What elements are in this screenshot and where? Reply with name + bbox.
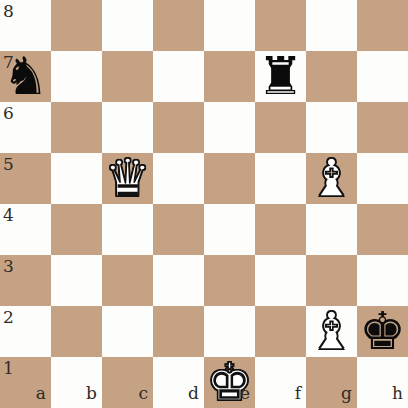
square-d2[interactable] (153, 306, 204, 357)
square-h6[interactable] (357, 102, 408, 153)
square-d8[interactable] (153, 0, 204, 51)
square-f5[interactable] (255, 153, 306, 204)
square-a5[interactable] (0, 153, 51, 204)
square-e2[interactable] (204, 306, 255, 357)
square-b1[interactable] (51, 357, 102, 408)
square-a1[interactable] (0, 357, 51, 408)
square-d3[interactable] (153, 255, 204, 306)
white-king-e1[interactable]: ♚ (204, 357, 255, 408)
chess-board: ♞♜♛♝♝♚♚ (0, 0, 408, 408)
square-h8[interactable] (357, 0, 408, 51)
square-h5[interactable] (357, 153, 408, 204)
square-h7[interactable] (357, 51, 408, 102)
square-c5[interactable]: ♛ (102, 153, 153, 204)
square-d5[interactable] (153, 153, 204, 204)
square-f8[interactable] (255, 0, 306, 51)
white-bishop-g2[interactable]: ♝ (306, 306, 357, 357)
square-f7[interactable]: ♜ (255, 51, 306, 102)
square-f4[interactable] (255, 204, 306, 255)
square-e6[interactable] (204, 102, 255, 153)
black-knight-a7[interactable]: ♞ (0, 51, 51, 102)
square-g6[interactable] (306, 102, 357, 153)
square-d1[interactable] (153, 357, 204, 408)
square-h2[interactable]: ♚ (357, 306, 408, 357)
square-b4[interactable] (51, 204, 102, 255)
square-d4[interactable] (153, 204, 204, 255)
square-c7[interactable] (102, 51, 153, 102)
white-queen-c5[interactable]: ♛ (102, 153, 153, 204)
square-a2[interactable] (0, 306, 51, 357)
square-g3[interactable] (306, 255, 357, 306)
square-b8[interactable] (51, 0, 102, 51)
square-f6[interactable] (255, 102, 306, 153)
square-g8[interactable] (306, 0, 357, 51)
square-g2[interactable]: ♝ (306, 306, 357, 357)
square-c3[interactable] (102, 255, 153, 306)
square-h3[interactable] (357, 255, 408, 306)
square-e5[interactable] (204, 153, 255, 204)
chess-board-wrap: ♞♜♛♝♝♚♚ 87654321abcdefgh (0, 0, 408, 408)
square-a8[interactable] (0, 0, 51, 51)
square-h4[interactable] (357, 204, 408, 255)
square-c8[interactable] (102, 0, 153, 51)
square-e8[interactable] (204, 0, 255, 51)
square-c6[interactable] (102, 102, 153, 153)
square-f3[interactable] (255, 255, 306, 306)
square-g7[interactable] (306, 51, 357, 102)
square-g4[interactable] (306, 204, 357, 255)
square-g1[interactable] (306, 357, 357, 408)
white-bishop-g5[interactable]: ♝ (306, 153, 357, 204)
square-b2[interactable] (51, 306, 102, 357)
square-e3[interactable] (204, 255, 255, 306)
square-a4[interactable] (0, 204, 51, 255)
black-king-h2[interactable]: ♚ (357, 306, 408, 357)
square-d6[interactable] (153, 102, 204, 153)
black-rook-f7[interactable]: ♜ (255, 51, 306, 102)
square-c2[interactable] (102, 306, 153, 357)
square-g5[interactable]: ♝ (306, 153, 357, 204)
square-d7[interactable] (153, 51, 204, 102)
square-e4[interactable] (204, 204, 255, 255)
square-a6[interactable] (0, 102, 51, 153)
square-b3[interactable] (51, 255, 102, 306)
square-f1[interactable] (255, 357, 306, 408)
square-c1[interactable] (102, 357, 153, 408)
square-h1[interactable] (357, 357, 408, 408)
square-b6[interactable] (51, 102, 102, 153)
square-e7[interactable] (204, 51, 255, 102)
square-a3[interactable] (0, 255, 51, 306)
square-b5[interactable] (51, 153, 102, 204)
square-e1[interactable]: ♚ (204, 357, 255, 408)
square-a7[interactable]: ♞ (0, 51, 51, 102)
square-f2[interactable] (255, 306, 306, 357)
square-c4[interactable] (102, 204, 153, 255)
square-b7[interactable] (51, 51, 102, 102)
